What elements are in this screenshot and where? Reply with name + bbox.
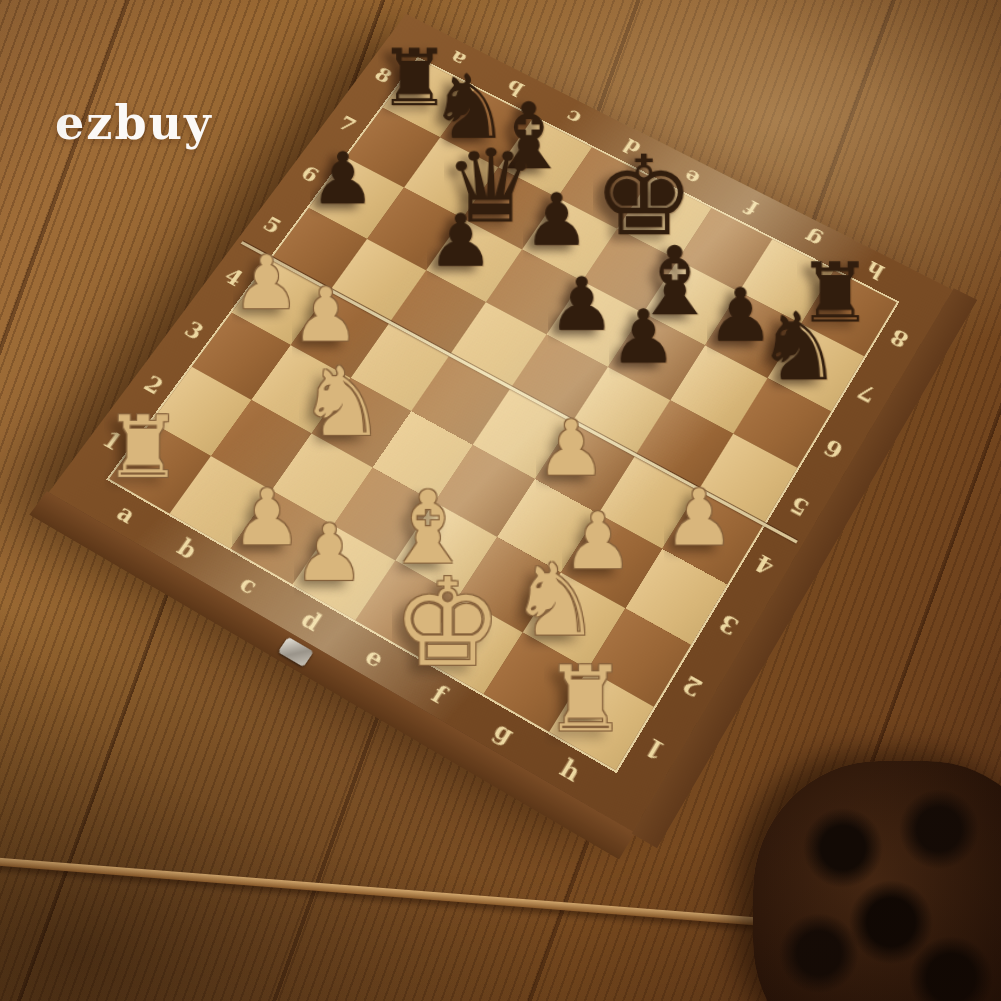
square-f1: ♚ xyxy=(419,596,523,694)
watermark-logo: ezbuy xyxy=(55,96,213,150)
board-grid: ♜♞♝♚♜♛♟♝♟♞♟♟♟♟♟♟♟♟♞♟♝♞♜♟♟♚♜ xyxy=(109,59,896,770)
white-rook-h1: ♜ xyxy=(544,655,626,745)
black-knight-h7: ♞ xyxy=(756,300,843,394)
white-pawn-f4: ♟ xyxy=(536,411,606,487)
product-photo: 87654321 87654321 abcdefgh abcdefgh ♜♞♝♚… xyxy=(0,0,1001,1001)
white-pawn-c1: ♟ xyxy=(231,479,302,556)
white-knight-g2: ♞ xyxy=(510,550,601,650)
black-pawn-c6: ♟ xyxy=(427,205,494,278)
black-pawn-a6: ♟ xyxy=(309,143,375,215)
black-pawn-f6: ♟ xyxy=(609,300,677,374)
white-pawn-d1: ♟ xyxy=(293,514,364,592)
square-g6 xyxy=(670,345,767,433)
white-pawn-b4: ♟ xyxy=(291,278,359,352)
white-king-f1: ♚ xyxy=(393,562,504,683)
white-pawn-h4: ♟ xyxy=(663,479,734,556)
black-pawn-e6: ♟ xyxy=(547,268,615,342)
white-pawn-a4: ♟ xyxy=(232,246,300,319)
black-pawn-d7: ♟ xyxy=(523,184,589,256)
metal-clasp xyxy=(277,636,313,666)
carved-wood-object xyxy=(753,761,1001,1001)
white-knight-c3: ♞ xyxy=(299,354,387,449)
white-rook-a1: ♜ xyxy=(103,405,181,490)
